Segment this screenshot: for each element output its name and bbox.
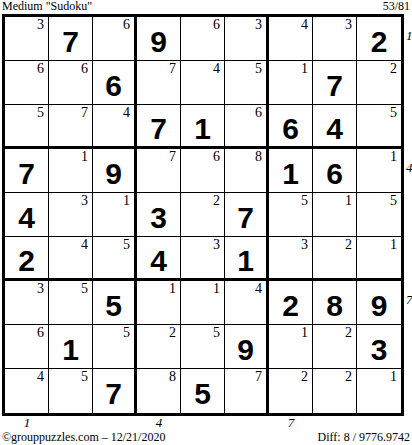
candidate-mark: 1 [213,281,220,297]
candidate-mark: 4 [37,369,44,385]
candidate-mark: 6 [81,61,88,77]
cell-r7c4[interactable]: 1 [137,281,181,325]
candidate-mark: 2 [213,193,220,209]
cell-r3c1[interactable]: 5 [5,105,49,149]
candidate-mark: 2 [345,237,352,253]
placed-digit: 1 [49,331,92,368]
placed-digit: 7 [5,155,48,192]
candidate-mark: 3 [37,17,44,33]
cell-r2c9[interactable]: 2 [357,61,401,105]
cell-r6c1[interactable]: 2 [5,237,49,281]
puzzle-title: Medium "Sudoku" [2,0,92,13]
sudoku-board: 3769634326667451725747166457197681614313… [2,14,404,416]
placed-digit: 2 [5,243,48,278]
cell-r6c9[interactable]: 1 [357,237,401,281]
candidate-mark: 4 [123,105,130,121]
cell-r3c3[interactable]: 4 [93,105,137,149]
cell-r1c8[interactable]: 3 [313,17,357,61]
placed-digit: 6 [313,155,356,192]
candidate-mark: 1 [390,237,397,253]
cell-r2c4[interactable]: 7 [137,61,181,105]
candidate-mark: 5 [37,105,44,121]
candidate-mark: 7 [169,149,176,165]
cell-r9c2[interactable]: 5 [49,369,93,413]
candidate-mark: 4 [301,17,308,33]
candidate-mark: 4 [255,281,262,297]
candidate-mark: 6 [255,105,262,121]
cell-r8c3[interactable]: 5 [93,325,137,369]
candidate-mark: 7 [255,369,262,385]
cell-r2c5[interactable]: 4 [181,61,225,105]
candidate-mark: 3 [345,17,352,33]
placed-digit: 3 [137,199,180,236]
cell-r8c6[interactable]: 9 [225,325,269,369]
cell-r9c9[interactable]: 1 [357,369,401,413]
placed-digit: 9 [357,287,401,324]
cell-r3c7[interactable]: 6 [269,105,313,149]
cell-r2c8[interactable]: 7 [313,61,357,105]
cell-r8c7[interactable]: 1 [269,325,313,369]
cell-r4c8[interactable]: 6 [313,149,357,193]
cell-r9c5[interactable]: 5 [181,369,225,413]
cell-r5c7[interactable]: 5 [269,193,313,237]
candidate-mark: 4 [81,237,88,253]
placed-digit: 1 [269,155,312,192]
candidate-mark: 6 [37,325,44,341]
cell-r6c6[interactable]: 1 [225,237,269,281]
cell-r6c7[interactable]: 3 [269,237,313,281]
candidate-mark: 5 [255,61,262,77]
cell-r2c3[interactable]: 6 [93,61,137,105]
candidate-mark: 2 [345,325,352,341]
cell-r4c5[interactable]: 6 [181,149,225,193]
cell-r5c3[interactable]: 1 [93,193,137,237]
row-label-7: 7 [406,292,412,308]
candidate-mark: 1 [81,149,88,165]
cell-r5c8[interactable]: 1 [313,193,357,237]
copyright-text: ©grouppuzzles.com – 12/21/2020 [2,431,165,444]
candidate-mark: 6 [213,17,220,33]
placed-digit: 5 [181,375,224,413]
candidate-mark: 3 [81,193,88,209]
candidate-mark: 6 [213,149,220,165]
cell-r9c6[interactable]: 7 [225,369,269,413]
cell-r8c9[interactable]: 3 [357,325,401,369]
candidate-mark: 2 [390,61,397,77]
candidate-mark: 1 [301,61,308,77]
cell-r7c5[interactable]: 1 [181,281,225,325]
cell-r6c2[interactable]: 4 [49,237,93,281]
candidate-mark: 5 [301,193,308,209]
candidate-mark: 6 [37,61,44,77]
cell-r5c9[interactable]: 5 [357,193,401,237]
cell-r1c6[interactable]: 3 [225,17,269,61]
candidate-mark: 8 [255,149,262,165]
cell-r4c4[interactable]: 7 [137,149,181,193]
cell-r6c3[interactable]: 5 [93,237,137,281]
cell-r9c3[interactable]: 7 [93,369,137,413]
placed-digit: 6 [269,111,312,146]
cell-r4c1[interactable]: 7 [5,149,49,193]
placed-digit: 9 [93,155,134,192]
cell-r3c8[interactable]: 4 [313,105,357,149]
candidate-mark: 5 [81,281,88,297]
cell-r7c3[interactable]: 5 [93,281,137,325]
cell-r1c3[interactable]: 6 [93,17,137,61]
candidate-mark: 1 [169,281,176,297]
page-header: Medium "Sudoku" 53/81 [2,0,410,13]
row-label-4: 4 [406,160,412,176]
page-footer: ©grouppuzzles.com – 12/21/2020 Diff: 8 /… [2,431,410,444]
candidate-mark: 3 [37,281,44,297]
cell-r2c7[interactable]: 1 [269,61,313,105]
col-label-1: 1 [24,415,31,431]
placed-digit: 7 [225,199,266,236]
cell-r8c5[interactable]: 5 [181,325,225,369]
cell-r3c2[interactable]: 7 [49,105,93,149]
cell-r4c2[interactable]: 1 [49,149,93,193]
placed-digit: 9 [225,331,266,368]
candidate-mark: 1 [301,325,308,341]
cell-r7c6[interactable]: 4 [225,281,269,325]
cell-r3c9[interactable]: 5 [357,105,401,149]
placed-digit: 3 [357,331,401,368]
placed-digit: 7 [313,67,356,104]
cell-r7c8[interactable]: 8 [313,281,357,325]
cell-r2c6[interactable]: 5 [225,61,269,105]
col-label-4: 4 [156,415,163,431]
candidate-mark: 5 [123,237,130,253]
cell-r3c5[interactable]: 1 [181,105,225,149]
candidate-mark: 5 [390,193,397,209]
cell-r9c4[interactable]: 8 [137,369,181,413]
cell-r5c2[interactable]: 3 [49,193,93,237]
placed-digit: 7 [93,375,134,413]
candidate-mark: 1 [123,193,130,209]
candidate-mark: 2 [301,369,308,385]
cell-r7c9[interactable]: 9 [357,281,401,325]
cell-r5c4[interactable]: 3 [137,193,181,237]
placed-digit: 5 [93,287,134,324]
cell-r9c8[interactable]: 2 [313,369,357,413]
cell-r1c4[interactable]: 9 [137,17,181,61]
col-label-7: 7 [288,415,295,431]
cell-r8c1[interactable]: 6 [5,325,49,369]
cell-r1c1[interactable]: 3 [5,17,49,61]
cell-r8c8[interactable]: 2 [313,325,357,369]
board-area: 3769634326667451725747166457197681614313… [2,14,404,416]
cell-r1c7[interactable]: 4 [269,17,313,61]
candidate-mark: 5 [390,105,397,121]
placed-digit: 6 [93,67,134,104]
cell-r8c2[interactable]: 1 [49,325,93,369]
candidate-mark: 4 [213,61,220,77]
candidate-mark: 3 [255,17,262,33]
placed-digit: 4 [313,111,356,146]
placed-digit: 4 [137,243,180,278]
cell-r6c5[interactable]: 3 [181,237,225,281]
cell-r4c3[interactable]: 9 [93,149,137,193]
placed-digit: 8 [313,287,356,324]
candidate-mark: 5 [81,369,88,385]
cell-r3c6[interactable]: 6 [225,105,269,149]
cell-r6c4[interactable]: 4 [137,237,181,281]
progress-counter: 53/81 [383,0,410,13]
candidate-mark: 2 [345,369,352,385]
candidate-mark: 8 [169,369,176,385]
sudoku-page: Medium "Sudoku" 53/81 376963432666745172… [0,0,412,445]
cell-r4c9[interactable]: 1 [357,149,401,193]
cell-r1c5[interactable]: 6 [181,17,225,61]
candidate-mark: 1 [345,193,352,209]
candidate-mark: 3 [213,237,220,253]
cell-r2c1[interactable]: 6 [5,61,49,105]
cell-r4c6[interactable]: 8 [225,149,269,193]
cell-r7c1[interactable]: 3 [5,281,49,325]
placed-digit: 9 [137,23,180,60]
cell-r5c6[interactable]: 7 [225,193,269,237]
candidate-mark: 5 [123,325,130,341]
cell-r1c9[interactable]: 2 [357,17,401,61]
placed-digit: 2 [357,23,401,60]
candidate-mark: 1 [390,149,397,165]
row-label-1: 1 [406,28,412,44]
placed-digit: 2 [269,287,312,324]
cell-r3c4[interactable]: 7 [137,105,181,149]
placed-digit: 7 [137,111,180,146]
candidate-mark: 2 [169,325,176,341]
cell-r7c7[interactable]: 2 [269,281,313,325]
placed-digit: 1 [225,243,266,278]
cell-r9c1[interactable]: 4 [5,369,49,413]
placed-digit: 1 [181,111,224,146]
candidate-mark: 7 [169,61,176,77]
cell-r5c5[interactable]: 2 [181,193,225,237]
placed-digit: 4 [5,199,48,236]
cell-r1c2[interactable]: 7 [49,17,93,61]
cell-r5c1[interactable]: 4 [5,193,49,237]
cell-r4c7[interactable]: 1 [269,149,313,193]
difficulty-text: Diff: 8 / 9776.9742 [318,431,410,444]
candidate-mark: 1 [390,369,397,385]
placed-digit: 7 [49,23,92,60]
candidate-mark: 6 [123,17,130,33]
cell-r7c2[interactable]: 5 [49,281,93,325]
cell-r6c8[interactable]: 2 [313,237,357,281]
candidate-mark: 5 [213,325,220,341]
candidate-mark: 3 [301,237,308,253]
candidate-mark: 7 [81,105,88,121]
cell-r9c7[interactable]: 2 [269,369,313,413]
cell-r2c2[interactable]: 6 [49,61,93,105]
cell-r8c4[interactable]: 2 [137,325,181,369]
